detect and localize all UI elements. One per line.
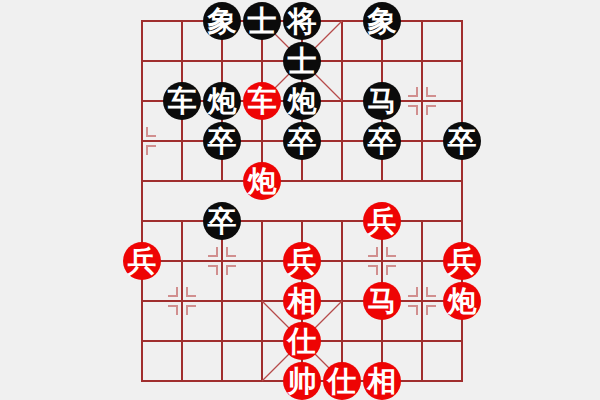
star-point-marker <box>226 265 236 275</box>
piece-black-advisor[interactable]: 士 <box>283 42 321 80</box>
star-point-marker <box>408 105 418 115</box>
piece-black-general[interactable]: 将 <box>283 2 321 40</box>
piece-black-chariot[interactable]: 车 <box>163 82 201 120</box>
piece-black-soldier[interactable]: 卒 <box>283 122 321 160</box>
piece-red-cannon[interactable]: 炮 <box>243 162 281 200</box>
star-point-marker <box>146 127 156 137</box>
star-point-marker <box>226 247 236 257</box>
piece-red-advisor[interactable]: 仕 <box>323 362 361 400</box>
piece-black-elephant[interactable]: 象 <box>203 2 241 40</box>
piece-red-soldier[interactable]: 兵 <box>363 202 401 240</box>
star-point-marker <box>408 87 418 97</box>
piece-black-soldier[interactable]: 卒 <box>443 122 481 160</box>
star-point-marker <box>426 105 436 115</box>
star-point-marker <box>208 247 218 257</box>
star-point-marker <box>386 265 396 275</box>
xiangqi-board[interactable]: 象士将象士车炮车炮马卒卒卒卒炮卒兵兵兵兵相马炮仕帅仕相 <box>142 21 462 381</box>
star-point-marker <box>208 265 218 275</box>
star-point-marker <box>386 247 396 257</box>
piece-red-soldier[interactable]: 兵 <box>123 242 161 280</box>
piece-black-cannon[interactable]: 炮 <box>203 82 241 120</box>
xiangqi-screenshot-canvas: 象士将象士车炮车炮马卒卒卒卒炮卒兵兵兵兵相马炮仕帅仕相 <box>0 0 600 400</box>
star-point-marker <box>408 305 418 315</box>
piece-red-elephant[interactable]: 相 <box>283 282 321 320</box>
star-point-marker <box>368 247 378 257</box>
star-point-marker <box>168 305 178 315</box>
star-point-marker <box>186 305 196 315</box>
piece-red-general[interactable]: 帅 <box>283 362 321 400</box>
piece-black-advisor[interactable]: 士 <box>243 2 281 40</box>
piece-black-cannon[interactable]: 炮 <box>283 82 321 120</box>
piece-red-advisor[interactable]: 仕 <box>283 322 321 360</box>
piece-black-horse[interactable]: 马 <box>363 82 401 120</box>
piece-red-elephant[interactable]: 相 <box>363 362 401 400</box>
piece-black-soldier[interactable]: 卒 <box>203 122 241 160</box>
piece-black-soldier[interactable]: 卒 <box>363 122 401 160</box>
piece-red-soldier[interactable]: 兵 <box>283 242 321 280</box>
star-point-marker <box>426 305 436 315</box>
piece-red-cannon[interactable]: 炮 <box>443 282 481 320</box>
star-point-marker <box>368 265 378 275</box>
star-point-marker <box>146 145 156 155</box>
star-point-marker <box>168 287 178 297</box>
piece-black-soldier[interactable]: 卒 <box>203 202 241 240</box>
piece-red-chariot[interactable]: 车 <box>243 82 281 120</box>
star-point-marker <box>408 287 418 297</box>
piece-red-horse[interactable]: 马 <box>363 282 401 320</box>
star-point-marker <box>426 287 436 297</box>
star-point-marker <box>186 287 196 297</box>
star-point-marker <box>426 87 436 97</box>
piece-black-elephant[interactable]: 象 <box>363 2 401 40</box>
piece-red-soldier[interactable]: 兵 <box>443 242 481 280</box>
